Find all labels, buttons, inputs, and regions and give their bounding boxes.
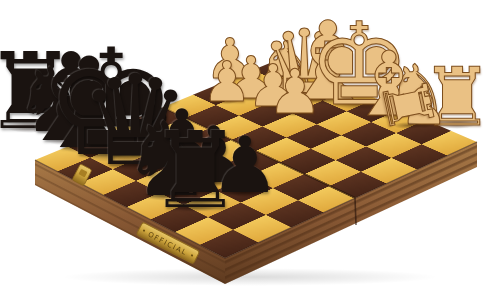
white-rook-piece: ♜ — [372, 69, 445, 142]
chess-set-photo: OFFICIAL ♜♞♝♝♚♛♞♜♟♟♟♟♟♞♛♝♚♝♞♜♟♟♟♟♟♜ — [0, 0, 500, 300]
black-rook-piece: ♜ — [142, 118, 248, 224]
fold-seam-side — [355, 198, 356, 225]
white-pawn-piece: ♟ — [264, 61, 325, 122]
